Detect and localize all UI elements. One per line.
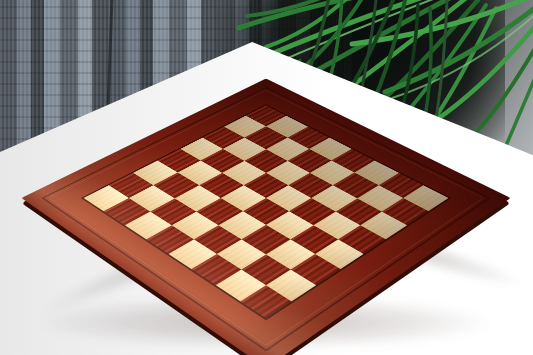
- product-photo-scene: [0, 0, 533, 355]
